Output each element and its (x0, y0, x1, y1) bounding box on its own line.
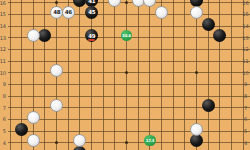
white-stone (73, 134, 86, 147)
white-stone: 46 (62, 6, 75, 19)
grid-line-vertical (79, 0, 80, 150)
row-coordinate-left: 5 (0, 128, 6, 134)
grid-line-vertical (68, 0, 69, 150)
row-coordinate-right: 12 (240, 46, 250, 52)
row-coordinate-right: 14 (240, 23, 250, 29)
row-coordinate-right: 16 (240, 0, 250, 6)
move-number: 41 (85, 0, 98, 4)
grid-line-vertical (44, 0, 45, 150)
grid-line-horizontal (8, 84, 250, 85)
star-point (55, 141, 58, 144)
white-stone (155, 6, 168, 19)
row-coordinate-left: 15 (0, 11, 6, 17)
grid-line-horizontal (8, 142, 250, 143)
row-coordinate-right: 9 (240, 81, 250, 87)
last-move-marker (88, 39, 95, 41)
ai-suggestion-circle[interactable]: 50.6 (121, 30, 133, 42)
row-coordinate-left: 13 (0, 35, 6, 41)
row-coordinate-right: 4 (240, 140, 250, 146)
grid-line-vertical (10, 0, 11, 150)
grid-line-vertical (161, 0, 162, 150)
grid-line-horizontal (8, 14, 250, 15)
row-coordinate-right: 11 (240, 58, 250, 64)
white-stone (143, 0, 156, 7)
black-stone (38, 29, 51, 42)
grid-line-vertical (231, 0, 232, 150)
grid-line-horizontal (8, 2, 250, 3)
row-coordinate-left: 12 (0, 46, 6, 52)
grid-line-vertical (149, 0, 150, 150)
ai-suggestion-label: 50.6 (121, 34, 133, 38)
star-point (125, 71, 128, 74)
grid-line-vertical (184, 0, 185, 150)
white-stone (190, 123, 203, 136)
move-number: 49 (85, 33, 98, 39)
ai-suggestion-label: 17.3 (144, 139, 156, 143)
grid-line-vertical (91, 0, 92, 150)
grid-line-horizontal (8, 61, 250, 62)
black-stone (15, 123, 28, 136)
ai-suggestion-circle[interactable]: 17.3 (144, 135, 156, 147)
row-coordinate-right: 8 (240, 93, 250, 99)
grid-line-vertical (126, 0, 127, 150)
star-point (195, 71, 198, 74)
black-stone: 45 (85, 6, 98, 19)
white-stone (27, 29, 40, 42)
go-board[interactable]: 1616151514141313121211111010998877665544… (0, 0, 250, 150)
row-coordinate-left: 11 (0, 58, 6, 64)
black-stone (190, 134, 203, 147)
row-coordinate-left: 7 (0, 105, 6, 111)
grid-line-horizontal (8, 72, 250, 73)
grid-line-horizontal (8, 96, 250, 97)
grid-line-horizontal (8, 131, 250, 132)
white-stone (50, 99, 63, 112)
row-coordinate-left: 8 (0, 93, 6, 99)
row-coordinate-left: 14 (0, 23, 6, 29)
row-coordinate-left: 4 (0, 140, 6, 146)
star-point (125, 141, 128, 144)
black-stone (202, 18, 215, 31)
white-stone (27, 134, 40, 147)
go-app-screenshot: 1616151514141313121211111010998877665544… (0, 0, 250, 150)
white-stone (108, 0, 121, 7)
row-coordinate-right: 6 (240, 116, 250, 122)
star-point (125, 1, 128, 4)
star-point (55, 1, 58, 4)
white-stone (27, 111, 40, 124)
black-stone: 49 (85, 29, 98, 42)
row-coordinate-right: 10 (240, 70, 250, 76)
grid-line-vertical (33, 0, 34, 150)
row-coordinate-left: 6 (0, 116, 6, 122)
row-coordinate-left: 10 (0, 70, 6, 76)
row-coordinate-right: 13 (240, 35, 250, 41)
grid-line-horizontal (8, 119, 250, 120)
row-coordinate-right: 7 (240, 105, 250, 111)
grid-line-vertical (219, 0, 220, 150)
grid-line-vertical (173, 0, 174, 150)
grid-line-vertical (114, 0, 115, 150)
black-stone (213, 29, 226, 42)
row-coordinate-left: 9 (0, 81, 6, 87)
row-coordinate-left: 16 (0, 0, 6, 6)
move-number: 46 (63, 9, 74, 15)
move-number: 45 (85, 9, 98, 15)
white-stone (190, 6, 203, 19)
white-stone (50, 64, 63, 77)
grid-line-vertical (138, 0, 139, 150)
row-coordinate-right: 15 (240, 11, 250, 17)
grid-line-vertical (103, 0, 104, 150)
row-coordinate-right: 5 (240, 128, 250, 134)
grid-line-horizontal (8, 49, 250, 50)
black-stone (202, 99, 215, 112)
move-number: 48 (51, 9, 62, 15)
